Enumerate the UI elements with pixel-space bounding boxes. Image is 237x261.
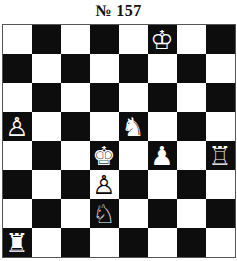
square-b4[interactable] [32, 141, 61, 170]
black-pawn-f4: ♟ [148, 141, 177, 170]
square-e8[interactable] [119, 25, 148, 54]
square-f7[interactable] [148, 54, 177, 83]
square-b3[interactable] [32, 170, 61, 199]
square-h6[interactable] [206, 83, 235, 112]
square-d1[interactable] [90, 228, 119, 257]
square-a1[interactable]: ♜ [3, 228, 32, 257]
square-b2[interactable] [32, 199, 61, 228]
square-d5[interactable] [90, 112, 119, 141]
square-h4[interactable]: ♖ [206, 141, 235, 170]
square-f4[interactable]: ♟ [148, 141, 177, 170]
white-pawn-d3: ♙ [90, 170, 119, 199]
white-rook-h4: ♖ [206, 141, 235, 170]
square-h5[interactable] [206, 112, 235, 141]
square-f5[interactable] [148, 112, 177, 141]
square-d2[interactable]: ♘ [90, 199, 119, 228]
square-d6[interactable] [90, 83, 119, 112]
square-h3[interactable] [206, 170, 235, 199]
square-a4[interactable] [3, 141, 32, 170]
square-e2[interactable] [119, 199, 148, 228]
square-a2[interactable] [3, 199, 32, 228]
square-g3[interactable] [177, 170, 206, 199]
square-d3[interactable]: ♙ [90, 170, 119, 199]
square-e7[interactable] [119, 54, 148, 83]
black-knight-e5: ♞ [119, 112, 148, 141]
square-b7[interactable] [32, 54, 61, 83]
chess-board: ♔♙♞♚♟♖♙♘♜ [2, 24, 236, 258]
square-h2[interactable] [206, 199, 235, 228]
square-g7[interactable] [177, 54, 206, 83]
square-b1[interactable] [32, 228, 61, 257]
square-g6[interactable] [177, 83, 206, 112]
square-d4[interactable]: ♚ [90, 141, 119, 170]
square-f6[interactable] [148, 83, 177, 112]
square-g2[interactable] [177, 199, 206, 228]
square-e4[interactable] [119, 141, 148, 170]
square-c6[interactable] [61, 83, 90, 112]
square-d8[interactable] [90, 25, 119, 54]
square-a5[interactable]: ♙ [3, 112, 32, 141]
square-a7[interactable] [3, 54, 32, 83]
square-a3[interactable] [3, 170, 32, 199]
square-c3[interactable] [61, 170, 90, 199]
white-king-f8: ♔ [148, 25, 177, 54]
square-h1[interactable] [206, 228, 235, 257]
square-a8[interactable] [3, 25, 32, 54]
square-c8[interactable] [61, 25, 90, 54]
square-e3[interactable] [119, 170, 148, 199]
black-king-d4: ♚ [90, 141, 119, 170]
square-e5[interactable]: ♞ [119, 112, 148, 141]
white-pawn-a5: ♙ [3, 112, 32, 141]
square-d7[interactable] [90, 54, 119, 83]
square-g4[interactable] [177, 141, 206, 170]
diagram-title: № 157 [0, 0, 237, 24]
square-c5[interactable] [61, 112, 90, 141]
square-b8[interactable] [32, 25, 61, 54]
square-h8[interactable] [206, 25, 235, 54]
square-f1[interactable] [148, 228, 177, 257]
square-a6[interactable] [3, 83, 32, 112]
square-f8[interactable]: ♔ [148, 25, 177, 54]
square-g1[interactable] [177, 228, 206, 257]
white-knight-d2: ♘ [90, 199, 119, 228]
square-f2[interactable] [148, 199, 177, 228]
square-c2[interactable] [61, 199, 90, 228]
square-g5[interactable] [177, 112, 206, 141]
square-c7[interactable] [61, 54, 90, 83]
square-b6[interactable] [32, 83, 61, 112]
square-e6[interactable] [119, 83, 148, 112]
black-rook-a1: ♜ [3, 228, 32, 257]
square-b5[interactable] [32, 112, 61, 141]
square-c4[interactable] [61, 141, 90, 170]
square-h7[interactable] [206, 54, 235, 83]
square-g8[interactable] [177, 25, 206, 54]
square-f3[interactable] [148, 170, 177, 199]
square-c1[interactable] [61, 228, 90, 257]
square-e1[interactable] [119, 228, 148, 257]
